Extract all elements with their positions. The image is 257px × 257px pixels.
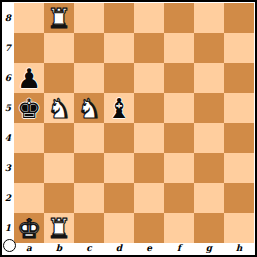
square-b7[interactable] [44,33,74,63]
file-labels: abcdefgh [14,243,254,255]
square-g8[interactable] [194,3,224,33]
square-e1[interactable] [134,213,164,243]
square-b2[interactable] [44,183,74,213]
square-e3[interactable] [134,153,164,183]
rank-label-5: 5 [2,93,14,123]
file-label-f: f [164,243,194,255]
square-h8[interactable] [224,3,254,33]
white-rook-b1: ♜ [47,215,71,242]
white-knight-c5: ♞ [77,95,101,122]
rank-label-3: 3 [2,153,14,183]
square-h2[interactable] [224,183,254,213]
chess-board: ♜♟♚♞♞♝♚♜ [14,3,254,243]
square-d4[interactable] [104,123,134,153]
square-b4[interactable] [44,123,74,153]
square-d5[interactable]: ♝ [104,93,134,123]
square-h1[interactable] [224,213,254,243]
square-a4[interactable] [14,123,44,153]
square-d2[interactable] [104,183,134,213]
square-h4[interactable] [224,123,254,153]
square-f6[interactable] [164,63,194,93]
square-h6[interactable] [224,63,254,93]
square-b1[interactable]: ♜ [44,213,74,243]
square-f4[interactable] [164,123,194,153]
square-e7[interactable] [134,33,164,63]
square-e2[interactable] [134,183,164,213]
black-bishop-d5: ♝ [107,95,131,122]
rank-labels: 87654321 [2,3,14,243]
square-f8[interactable] [164,3,194,33]
file-label-h: h [224,243,254,255]
square-f3[interactable] [164,153,194,183]
square-f7[interactable] [164,33,194,63]
square-c4[interactable] [74,123,104,153]
file-label-e: e [134,243,164,255]
file-label-d: d [104,243,134,255]
square-a8[interactable] [14,3,44,33]
square-a1[interactable]: ♚ [14,213,44,243]
square-d7[interactable] [104,33,134,63]
white-rook-b8: ♜ [47,5,71,32]
file-label-c: c [74,243,104,255]
rank-label-2: 2 [2,183,14,213]
square-c3[interactable] [74,153,104,183]
rank-label-7: 7 [2,33,14,63]
square-d3[interactable] [104,153,134,183]
square-a3[interactable] [14,153,44,183]
square-c8[interactable] [74,3,104,33]
square-h3[interactable] [224,153,254,183]
square-c2[interactable] [74,183,104,213]
rank-label-8: 8 [2,3,14,33]
square-d6[interactable] [104,63,134,93]
square-g4[interactable] [194,123,224,153]
square-g2[interactable] [194,183,224,213]
square-a5[interactable]: ♚ [14,93,44,123]
square-f5[interactable] [164,93,194,123]
square-f1[interactable] [164,213,194,243]
black-pawn-a6: ♟ [17,65,41,92]
file-label-a: a [14,243,44,255]
square-h7[interactable] [224,33,254,63]
square-e6[interactable] [134,63,164,93]
side-to-move-indicator [3,239,16,252]
square-d8[interactable] [104,3,134,33]
square-e4[interactable] [134,123,164,153]
square-e5[interactable] [134,93,164,123]
square-d1[interactable] [104,213,134,243]
square-a6[interactable]: ♟ [14,63,44,93]
square-c6[interactable] [74,63,104,93]
square-f2[interactable] [164,183,194,213]
square-g6[interactable] [194,63,224,93]
square-b6[interactable] [44,63,74,93]
rank-label-6: 6 [2,63,14,93]
black-king-a5: ♚ [17,95,41,122]
square-c1[interactable] [74,213,104,243]
square-g5[interactable] [194,93,224,123]
square-e8[interactable] [134,3,164,33]
square-a2[interactable] [14,183,44,213]
square-c7[interactable] [74,33,104,63]
white-knight-b5: ♞ [47,95,71,122]
square-c5[interactable]: ♞ [74,93,104,123]
chess-diagram: ♜♟♚♞♞♝♚♜ 87654321 abcdefgh [0,0,257,257]
square-b8[interactable]: ♜ [44,3,74,33]
square-g3[interactable] [194,153,224,183]
file-label-b: b [44,243,74,255]
rank-label-4: 4 [2,123,14,153]
file-label-g: g [194,243,224,255]
square-h5[interactable] [224,93,254,123]
square-g1[interactable] [194,213,224,243]
square-g7[interactable] [194,33,224,63]
square-a7[interactable] [14,33,44,63]
square-b3[interactable] [44,153,74,183]
square-b5[interactable]: ♞ [44,93,74,123]
white-king-a1: ♚ [17,215,41,242]
